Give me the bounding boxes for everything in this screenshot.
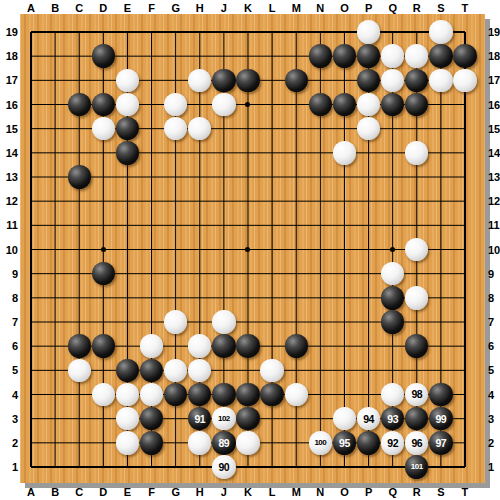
coord-label-left-18: 18 (0, 49, 18, 63)
coord-label-left-16: 16 (0, 98, 18, 112)
stone-white-Q2[interactable]: 92 (381, 431, 404, 454)
coord-label-bottom-B: B (46, 485, 64, 499)
coord-label-bottom-H: H (191, 485, 209, 499)
stone-white-N2[interactable]: 100 (309, 431, 332, 454)
move-number-98: 98 (405, 383, 428, 406)
coord-label-top-B: B (46, 1, 64, 15)
stone-white-J16[interactable] (212, 93, 235, 116)
coord-label-right-12: 12 (488, 194, 500, 208)
stone-white-E2[interactable] (116, 431, 139, 454)
stone-white-M4[interactable] (285, 383, 308, 406)
coord-label-top-E: E (118, 1, 136, 15)
stone-black-Q7[interactable] (381, 310, 404, 333)
stone-black-O2[interactable]: 95 (333, 431, 356, 454)
stone-black-F5[interactable] (140, 359, 163, 382)
coord-label-top-F: F (143, 1, 161, 15)
move-number-102: 102 (212, 407, 235, 430)
coord-label-top-J: J (215, 1, 233, 15)
coord-label-top-G: G (167, 1, 185, 15)
stone-black-Q3[interactable]: 93 (381, 407, 404, 430)
stone-black-P18[interactable] (357, 44, 380, 67)
coord-label-right-5: 5 (488, 363, 500, 377)
coord-label-right-9: 9 (488, 267, 500, 281)
stone-white-H2[interactable] (188, 431, 211, 454)
stone-white-J3[interactable]: 102 (212, 407, 235, 430)
stone-black-S3[interactable]: 99 (429, 407, 452, 430)
coord-label-top-P: P (360, 1, 378, 15)
stone-white-R4[interactable]: 98 (405, 383, 428, 406)
stone-white-J1[interactable]: 90 (212, 455, 235, 478)
move-number-95: 95 (333, 431, 356, 454)
stone-white-P3[interactable]: 94 (357, 407, 380, 430)
stone-white-T17[interactable] (453, 69, 476, 92)
coord-label-left-19: 19 (0, 25, 18, 39)
coord-label-bottom-A: A (22, 485, 40, 499)
stone-white-K2[interactable] (236, 431, 259, 454)
stone-black-J6[interactable] (212, 334, 235, 357)
coord-label-right-17: 17 (488, 73, 500, 87)
coord-label-bottom-F: F (143, 485, 161, 499)
stone-white-E17[interactable] (116, 69, 139, 92)
coord-label-right-1: 1 (488, 460, 500, 474)
coord-label-right-11: 11 (488, 218, 500, 232)
move-number-96: 96 (405, 431, 428, 454)
stone-black-M6[interactable] (285, 334, 308, 357)
coord-label-top-O: O (335, 1, 353, 15)
coord-label-top-T: T (456, 1, 474, 15)
stone-black-C13[interactable] (68, 165, 91, 188)
coord-label-left-4: 4 (0, 388, 18, 402)
move-number-97: 97 (429, 431, 452, 454)
coord-label-bottom-O: O (335, 485, 353, 499)
stone-black-D18[interactable] (92, 44, 115, 67)
stone-black-D6[interactable] (92, 334, 115, 357)
coord-label-bottom-J: J (215, 485, 233, 499)
coord-label-left-17: 17 (0, 73, 18, 87)
stone-white-S17[interactable] (429, 69, 452, 92)
coord-label-bottom-P: P (360, 485, 378, 499)
stone-black-K6[interactable] (236, 334, 259, 357)
stone-black-T18[interactable] (453, 44, 476, 67)
stone-white-D4[interactable] (92, 383, 115, 406)
coord-label-bottom-D: D (94, 485, 112, 499)
coord-label-right-16: 16 (488, 98, 500, 112)
coord-label-bottom-T: T (456, 485, 474, 499)
stone-white-F6[interactable] (140, 334, 163, 357)
stone-black-Q8[interactable] (381, 286, 404, 309)
coord-label-top-L: L (263, 1, 281, 15)
stone-black-K3[interactable] (236, 407, 259, 430)
coord-label-right-13: 13 (488, 170, 500, 184)
coord-label-top-D: D (94, 1, 112, 15)
stone-white-R2[interactable]: 96 (405, 431, 428, 454)
stone-black-H3[interactable]: 91 (188, 407, 211, 430)
coord-label-left-1: 1 (0, 460, 18, 474)
stone-black-S18[interactable] (429, 44, 452, 67)
stone-black-N18[interactable] (309, 44, 332, 67)
coord-label-top-A: A (22, 1, 40, 15)
coord-label-top-Q: Q (384, 1, 402, 15)
coord-label-bottom-G: G (167, 485, 185, 499)
coord-label-left-15: 15 (0, 122, 18, 136)
stone-white-R14[interactable] (405, 141, 428, 164)
coord-label-top-N: N (311, 1, 329, 15)
stone-black-C16[interactable] (68, 93, 91, 116)
stone-black-E5[interactable] (116, 359, 139, 382)
coord-label-left-14: 14 (0, 146, 18, 160)
stone-black-K4[interactable] (236, 383, 259, 406)
stone-black-N16[interactable] (309, 93, 332, 116)
coord-label-left-10: 10 (0, 243, 18, 257)
coord-label-left-5: 5 (0, 363, 18, 377)
coord-label-bottom-K: K (239, 485, 257, 499)
stone-black-S2[interactable]: 97 (429, 431, 452, 454)
coord-label-left-12: 12 (0, 194, 18, 208)
coord-label-top-S: S (432, 1, 450, 15)
coord-label-top-C: C (70, 1, 88, 15)
stone-black-K17[interactable] (236, 69, 259, 92)
stone-white-L5[interactable] (260, 359, 283, 382)
coord-label-bottom-E: E (118, 485, 136, 499)
coord-label-right-18: 18 (488, 49, 500, 63)
stone-white-O14[interactable] (333, 141, 356, 164)
move-number-101: 101 (405, 455, 428, 478)
stone-white-Q18[interactable] (381, 44, 404, 67)
stone-white-G7[interactable] (164, 310, 187, 333)
coord-label-bottom-C: C (70, 485, 88, 499)
coord-label-top-M: M (287, 1, 305, 15)
stone-black-O18[interactable] (333, 44, 356, 67)
move-number-100: 100 (309, 431, 332, 454)
coord-label-bottom-L: L (263, 485, 281, 499)
coord-label-left-7: 7 (0, 315, 18, 329)
move-number-91: 91 (188, 407, 211, 430)
coord-label-bottom-Q: Q (384, 485, 402, 499)
coord-label-left-11: 11 (0, 218, 18, 232)
coord-label-left-8: 8 (0, 291, 18, 305)
coord-label-left-9: 9 (0, 267, 18, 281)
stone-white-C5[interactable] (68, 359, 91, 382)
coord-label-top-R: R (408, 1, 426, 15)
move-number-93: 93 (381, 407, 404, 430)
move-number-92: 92 (381, 431, 404, 454)
coord-label-right-2: 2 (488, 436, 500, 450)
move-number-89: 89 (212, 431, 235, 454)
coord-label-top-H: H (191, 1, 209, 15)
coord-label-right-4: 4 (488, 388, 500, 402)
coord-label-left-2: 2 (0, 436, 18, 450)
coord-label-left-13: 13 (0, 170, 18, 184)
stone-black-P2[interactable] (357, 431, 380, 454)
stone-black-L4[interactable] (260, 383, 283, 406)
stone-black-M17[interactable] (285, 69, 308, 92)
stone-white-R8[interactable] (405, 286, 428, 309)
coord-label-bottom-S: S (432, 485, 450, 499)
move-number-99: 99 (429, 407, 452, 430)
coord-label-right-7: 7 (488, 315, 500, 329)
stone-black-J4[interactable] (212, 383, 235, 406)
coord-label-bottom-N: N (311, 485, 329, 499)
stone-white-J7[interactable] (212, 310, 235, 333)
coord-label-bottom-R: R (408, 485, 426, 499)
coord-label-right-10: 10 (488, 243, 500, 257)
stone-black-J2[interactable]: 89 (212, 431, 235, 454)
coord-label-bottom-M: M (287, 485, 305, 499)
stone-black-S4[interactable] (429, 383, 452, 406)
coord-label-right-8: 8 (488, 291, 500, 305)
stone-black-R1[interactable]: 101 (405, 455, 428, 478)
stone-black-P17[interactable] (357, 69, 380, 92)
stone-black-E14[interactable] (116, 141, 139, 164)
move-number-94: 94 (357, 407, 380, 430)
coord-label-right-19: 19 (488, 25, 500, 39)
star-point-D10 (101, 247, 106, 252)
coord-label-right-15: 15 (488, 122, 500, 136)
stone-white-P19[interactable] (357, 20, 380, 43)
coord-label-left-6: 6 (0, 339, 18, 353)
coord-label-right-14: 14 (488, 146, 500, 160)
stone-black-F2[interactable] (140, 431, 163, 454)
coord-label-right-3: 3 (488, 412, 500, 426)
stone-black-C6[interactable] (68, 334, 91, 357)
stone-black-D16[interactable] (92, 93, 115, 116)
coord-label-left-3: 3 (0, 412, 18, 426)
move-number-90: 90 (212, 455, 235, 478)
coord-label-top-K: K (239, 1, 257, 15)
stone-white-S19[interactable] (429, 20, 452, 43)
stone-black-J17[interactable] (212, 69, 235, 92)
coord-label-right-6: 6 (488, 339, 500, 353)
go-board-page: 9891102949399891009592969790101 AABBCCDD… (0, 0, 500, 500)
